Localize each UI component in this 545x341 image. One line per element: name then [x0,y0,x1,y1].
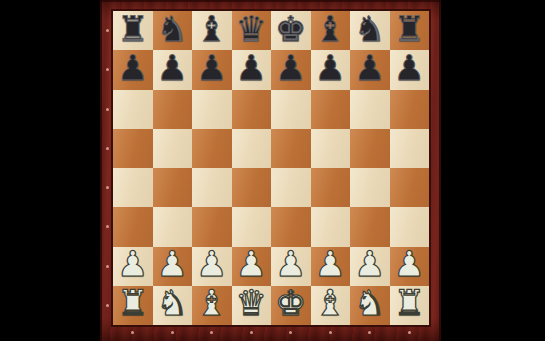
square-h1[interactable]: ♜ [390,286,430,325]
rank-marker-dot [106,225,109,228]
square-f1[interactable]: ♝ [311,286,351,325]
piece-black-bishop[interactable]: ♝ [315,12,346,47]
piece-black-bishop[interactable]: ♝ [196,12,227,47]
rank-marker-dot [106,147,109,150]
file-marker-dot [131,331,134,334]
square-e5[interactable] [271,129,311,168]
square-e7[interactable]: ♟ [271,50,311,89]
square-h6[interactable] [390,90,430,129]
piece-black-pawn[interactable]: ♟ [275,51,306,86]
piece-white-king[interactable]: ♚ [275,286,306,321]
square-h7[interactable]: ♟ [390,50,430,89]
chess-board[interactable]: ♜♞♝♛♚♝♞♜♟♟♟♟♟♟♟♟♟♟♟♟♟♟♟♟♜♞♝♛♚♝♞♜ [113,11,429,325]
file-marker-a [113,327,153,338]
piece-black-queen[interactable]: ♛ [236,12,267,47]
square-e3[interactable] [271,207,311,246]
square-d5[interactable] [232,129,272,168]
piece-white-queen[interactable]: ♛ [236,286,267,321]
piece-white-pawn[interactable]: ♟ [117,247,148,282]
square-e1[interactable]: ♚ [271,286,311,325]
rank-marker-5 [103,129,112,168]
square-a1[interactable]: ♜ [113,286,153,325]
square-f5[interactable] [311,129,351,168]
file-marker-f [311,327,351,338]
square-b8[interactable]: ♞ [153,11,193,50]
square-e6[interactable] [271,90,311,129]
square-g6[interactable] [350,90,390,129]
rank-marker-2 [103,247,112,286]
piece-white-pawn[interactable]: ♟ [157,247,188,282]
rank-marker-7 [103,50,112,89]
file-marker-h [390,327,430,338]
square-a2[interactable]: ♟ [113,247,153,286]
square-a8[interactable]: ♜ [113,11,153,50]
square-g8[interactable]: ♞ [350,11,390,50]
file-marker-dot [408,331,411,334]
square-d7[interactable]: ♟ [232,50,272,89]
rank-marker-dot [106,68,109,71]
square-d6[interactable] [232,90,272,129]
piece-white-pawn[interactable]: ♟ [196,247,227,282]
square-f6[interactable] [311,90,351,129]
square-d3[interactable] [232,207,272,246]
rank-coordinate-markers [103,11,112,325]
square-e2[interactable]: ♟ [271,247,311,286]
rank-marker-1 [103,286,112,325]
piece-white-pawn[interactable]: ♟ [354,247,385,282]
square-f7[interactable]: ♟ [311,50,351,89]
square-g3[interactable] [350,207,390,246]
chess-app-screen: ♜♞♝♛♚♝♞♜♟♟♟♟♟♟♟♟♟♟♟♟♟♟♟♟♜♞♝♛♚♝♞♜ [0,0,545,341]
file-marker-c [192,327,232,338]
piece-black-pawn[interactable]: ♟ [315,51,346,86]
square-b1[interactable]: ♞ [153,286,193,325]
square-c1[interactable]: ♝ [192,286,232,325]
rank-marker-8 [103,11,112,50]
piece-black-king[interactable]: ♚ [275,12,306,47]
piece-white-bishop[interactable]: ♝ [196,286,227,321]
file-marker-dot [289,331,292,334]
piece-black-knight[interactable]: ♞ [157,12,188,47]
square-a7[interactable]: ♟ [113,50,153,89]
square-b4[interactable] [153,168,193,207]
square-h4[interactable] [390,168,430,207]
piece-white-pawn[interactable]: ♟ [394,247,425,282]
square-c2[interactable]: ♟ [192,247,232,286]
piece-white-rook[interactable]: ♜ [394,286,425,321]
file-marker-dot [329,331,332,334]
rank-marker-dot [106,186,109,189]
piece-white-rook[interactable]: ♜ [117,286,148,321]
square-c4[interactable] [192,168,232,207]
square-h2[interactable]: ♟ [390,247,430,286]
square-a5[interactable] [113,129,153,168]
square-e8[interactable]: ♚ [271,11,311,50]
square-g4[interactable] [350,168,390,207]
square-h5[interactable] [390,129,430,168]
file-marker-d [232,327,272,338]
rank-marker-dot [106,108,109,111]
file-marker-dot [210,331,213,334]
square-c3[interactable] [192,207,232,246]
square-h3[interactable] [390,207,430,246]
rank-marker-6 [103,90,112,129]
square-g2[interactable]: ♟ [350,247,390,286]
piece-white-pawn[interactable]: ♟ [275,247,306,282]
rank-marker-dot [106,304,109,307]
piece-white-pawn[interactable]: ♟ [236,247,267,282]
piece-black-pawn[interactable]: ♟ [236,51,267,86]
square-g1[interactable]: ♞ [350,286,390,325]
square-f4[interactable] [311,168,351,207]
square-d1[interactable]: ♛ [232,286,272,325]
square-c5[interactable] [192,129,232,168]
square-d8[interactable]: ♛ [232,11,272,50]
square-a3[interactable] [113,207,153,246]
piece-black-pawn[interactable]: ♟ [157,51,188,86]
rank-marker-3 [103,207,112,246]
file-marker-g [350,327,390,338]
piece-black-rook[interactable]: ♜ [117,12,148,47]
square-e4[interactable] [271,168,311,207]
square-a4[interactable] [113,168,153,207]
square-g7[interactable]: ♟ [350,50,390,89]
square-c7[interactable]: ♟ [192,50,232,89]
square-a6[interactable] [113,90,153,129]
square-d4[interactable] [232,168,272,207]
file-marker-b [153,327,193,338]
square-f2[interactable]: ♟ [311,247,351,286]
square-b7[interactable]: ♟ [153,50,193,89]
piece-black-pawn[interactable]: ♟ [394,51,425,86]
piece-black-rook[interactable]: ♜ [394,12,425,47]
rank-marker-4 [103,168,112,207]
piece-white-pawn[interactable]: ♟ [315,247,346,282]
square-c8[interactable]: ♝ [192,11,232,50]
square-b5[interactable] [153,129,193,168]
piece-black-pawn[interactable]: ♟ [117,51,148,86]
square-f8[interactable]: ♝ [311,11,351,50]
square-g5[interactable] [350,129,390,168]
square-b2[interactable]: ♟ [153,247,193,286]
file-coordinate-markers [113,327,429,338]
square-c6[interactable] [192,90,232,129]
file-marker-e [271,327,311,338]
square-f3[interactable] [311,207,351,246]
rank-marker-dot [106,265,109,268]
file-marker-dot [171,331,174,334]
piece-white-knight[interactable]: ♞ [354,286,385,321]
square-b3[interactable] [153,207,193,246]
piece-black-knight[interactable]: ♞ [354,12,385,47]
rank-marker-dot [106,29,109,32]
square-b6[interactable] [153,90,193,129]
square-h8[interactable]: ♜ [390,11,430,50]
piece-black-pawn[interactable]: ♟ [196,51,227,86]
piece-white-bishop[interactable]: ♝ [315,286,346,321]
piece-white-knight[interactable]: ♞ [157,286,188,321]
file-marker-dot [250,331,253,334]
piece-black-pawn[interactable]: ♟ [354,51,385,86]
file-marker-dot [368,331,371,334]
square-d2[interactable]: ♟ [232,247,272,286]
